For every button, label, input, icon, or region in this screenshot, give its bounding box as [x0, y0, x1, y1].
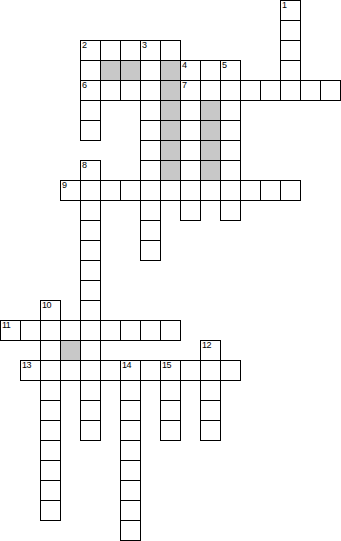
shaded-cell-r7-c10[interactable] — [200, 140, 221, 161]
clue-number-15: 15 — [162, 361, 171, 370]
cell-r4-c5[interactable] — [100, 80, 121, 101]
cell-r3-c7[interactable] — [140, 60, 161, 81]
cell-r15-c2[interactable]: 10 — [40, 300, 61, 321]
cell-r18-c11[interactable] — [220, 360, 241, 381]
cell-r20-c4[interactable] — [80, 400, 101, 421]
cell-r16-c2[interactable] — [40, 320, 61, 341]
crossword-grid: 123456789101112131415 — [0, 0, 341, 541]
cell-r18-c6[interactable]: 14 — [120, 360, 141, 381]
cell-r2-c5[interactable] — [100, 40, 121, 61]
cell-r16-c1[interactable] — [20, 320, 41, 341]
cell-r1-c14[interactable] — [280, 20, 301, 41]
cell-r16-c0[interactable]: 11 — [0, 320, 21, 341]
cell-r23-c2[interactable] — [40, 460, 61, 481]
cell-r19-c6[interactable] — [120, 380, 141, 401]
cell-r7-c9[interactable] — [180, 140, 201, 161]
cell-r18-c9[interactable] — [180, 360, 201, 381]
cell-r4-c13[interactable] — [260, 80, 281, 101]
shaded-cell-r6-c8[interactable] — [160, 120, 181, 141]
cell-r10-c4[interactable] — [80, 200, 101, 221]
cell-r18-c5[interactable] — [100, 360, 121, 381]
cell-r4-c11[interactable] — [220, 80, 241, 101]
cell-r0-c14[interactable]: 1 — [280, 0, 301, 21]
clue-number-5: 5 — [222, 61, 227, 70]
shaded-cell-r5-c10[interactable] — [200, 100, 221, 121]
cell-r12-c4[interactable] — [80, 240, 101, 261]
cell-r11-c7[interactable] — [140, 220, 161, 241]
cell-r9-c8[interactable] — [160, 180, 181, 201]
cell-r18-c3[interactable] — [60, 360, 81, 381]
clue-number-13: 13 — [22, 361, 31, 370]
cell-r16-c3[interactable] — [60, 320, 81, 341]
cell-r10-c7[interactable] — [140, 200, 161, 221]
cell-r22-c6[interactable] — [120, 440, 141, 461]
cell-r19-c10[interactable] — [200, 380, 221, 401]
cell-r16-c4[interactable] — [80, 320, 101, 341]
cell-r9-c14[interactable] — [280, 180, 301, 201]
cell-r9-c11[interactable] — [220, 180, 241, 201]
cell-r9-c5[interactable] — [100, 180, 121, 201]
clue-number-6: 6 — [82, 81, 87, 90]
cell-r2-c6[interactable] — [120, 40, 141, 61]
cell-r9-c10[interactable] — [200, 180, 221, 201]
cell-r10-c9[interactable] — [180, 200, 201, 221]
shaded-cell-r3-c6[interactable] — [120, 60, 141, 81]
shaded-cell-r8-c8[interactable] — [160, 160, 181, 181]
cell-r21-c2[interactable] — [40, 420, 61, 441]
cell-r15-c4[interactable] — [80, 300, 101, 321]
cell-r5-c11[interactable] — [220, 100, 241, 121]
cell-r21-c10[interactable] — [200, 420, 221, 441]
shaded-cell-r3-c8[interactable] — [160, 60, 181, 81]
cell-r9-c12[interactable] — [240, 180, 261, 201]
cell-r9-c7[interactable] — [140, 180, 161, 201]
clue-number-4: 4 — [182, 61, 187, 70]
cell-r3-c14[interactable] — [280, 60, 301, 81]
cell-r26-c6[interactable] — [120, 520, 141, 541]
cell-r6-c4[interactable] — [80, 120, 101, 141]
clue-number-7: 7 — [182, 81, 187, 90]
cell-r5-c7[interactable] — [140, 100, 161, 121]
clue-number-12: 12 — [202, 341, 211, 350]
cell-r9-c4[interactable] — [80, 180, 101, 201]
cell-r19-c4[interactable] — [80, 380, 101, 401]
cell-r24-c2[interactable] — [40, 480, 61, 501]
clue-number-2: 2 — [82, 41, 87, 50]
cell-r4-c12[interactable] — [240, 80, 261, 101]
clue-number-9: 9 — [62, 181, 67, 190]
shaded-cell-r6-c10[interactable] — [200, 120, 221, 141]
shaded-cell-r5-c8[interactable] — [160, 100, 181, 121]
cell-r12-c7[interactable] — [140, 240, 161, 261]
cell-r16-c5[interactable] — [100, 320, 121, 341]
cell-r4-c14[interactable] — [280, 80, 301, 101]
cell-r18-c8[interactable]: 15 — [160, 360, 181, 381]
clue-number-1: 1 — [282, 1, 287, 10]
cell-r8-c4[interactable]: 8 — [80, 160, 101, 181]
cell-r22-c2[interactable] — [40, 440, 61, 461]
cell-r8-c7[interactable] — [140, 160, 161, 181]
cell-r18-c1[interactable]: 13 — [20, 360, 41, 381]
cell-r17-c10[interactable]: 12 — [200, 340, 221, 361]
cell-r3-c11[interactable]: 5 — [220, 60, 241, 81]
cell-r13-c4[interactable] — [80, 260, 101, 281]
cell-r24-c6[interactable] — [120, 480, 141, 501]
cell-r18-c7[interactable] — [140, 360, 161, 381]
cell-r2-c8[interactable] — [160, 40, 181, 61]
cell-r4-c4[interactable]: 6 — [80, 80, 101, 101]
cell-r19-c2[interactable] — [40, 380, 61, 401]
cell-r7-c11[interactable] — [220, 140, 241, 161]
cell-r18-c2[interactable] — [40, 360, 61, 381]
cell-r8-c9[interactable] — [180, 160, 201, 181]
cell-r25-c6[interactable] — [120, 500, 141, 521]
shaded-cell-r8-c10[interactable] — [200, 160, 221, 181]
cell-r20-c2[interactable] — [40, 400, 61, 421]
cell-r8-c11[interactable] — [220, 160, 241, 181]
cell-r4-c16[interactable] — [320, 80, 341, 101]
cell-r16-c7[interactable] — [140, 320, 161, 341]
cell-r21-c6[interactable] — [120, 420, 141, 441]
cell-r11-c4[interactable] — [80, 220, 101, 241]
cell-r4-c9[interactable]: 7 — [180, 80, 201, 101]
clue-number-8: 8 — [82, 161, 87, 170]
cell-r3-c10[interactable] — [200, 60, 221, 81]
cell-r6-c9[interactable] — [180, 120, 201, 141]
cell-r9-c6[interactable] — [120, 180, 141, 201]
cell-r20-c10[interactable] — [200, 400, 221, 421]
cell-r16-c8[interactable] — [160, 320, 181, 341]
cell-r6-c11[interactable] — [220, 120, 241, 141]
shaded-cell-r3-c5[interactable] — [100, 60, 121, 81]
cell-r3-c9[interactable]: 4 — [180, 60, 201, 81]
cell-r9-c13[interactable] — [260, 180, 281, 201]
cell-r18-c10[interactable] — [200, 360, 221, 381]
cell-r20-c8[interactable] — [160, 400, 181, 421]
cell-r21-c4[interactable] — [80, 420, 101, 441]
cell-r7-c7[interactable] — [140, 140, 161, 161]
cell-r21-c8[interactable] — [160, 420, 181, 441]
cell-r14-c4[interactable] — [80, 280, 101, 301]
cell-r2-c14[interactable] — [280, 40, 301, 61]
cell-r17-c4[interactable] — [80, 340, 101, 361]
cell-r20-c6[interactable] — [120, 400, 141, 421]
cell-r5-c9[interactable] — [180, 100, 201, 121]
cell-r18-c4[interactable] — [80, 360, 101, 381]
cell-r9-c3[interactable]: 9 — [60, 180, 81, 201]
shaded-cell-r17-c3[interactable] — [60, 340, 81, 361]
cell-r4-c15[interactable] — [300, 80, 321, 101]
cell-r23-c6[interactable] — [120, 460, 141, 481]
cell-r3-c4[interactable] — [80, 60, 101, 81]
clue-number-11: 11 — [2, 321, 10, 330]
cell-r10-c11[interactable] — [220, 200, 241, 221]
cell-r4-c7[interactable] — [140, 80, 161, 101]
cell-r4-c10[interactable] — [200, 80, 221, 101]
cell-r19-c8[interactable] — [160, 380, 181, 401]
cell-r16-c6[interactable] — [120, 320, 141, 341]
cell-r9-c9[interactable] — [180, 180, 201, 201]
cell-r25-c2[interactable] — [40, 500, 61, 521]
shaded-cell-r7-c8[interactable] — [160, 140, 181, 161]
shaded-cell-r4-c8[interactable] — [160, 80, 181, 101]
clue-number-14: 14 — [122, 361, 131, 370]
cell-r2-c4[interactable]: 2 — [80, 40, 101, 61]
cell-r6-c7[interactable] — [140, 120, 161, 141]
clue-number-10: 10 — [42, 301, 51, 310]
cell-r2-c7[interactable]: 3 — [140, 40, 161, 61]
cell-r5-c4[interactable] — [80, 100, 101, 121]
cell-r17-c2[interactable] — [40, 340, 61, 361]
cell-r4-c6[interactable] — [120, 80, 141, 101]
clue-number-3: 3 — [142, 41, 147, 50]
